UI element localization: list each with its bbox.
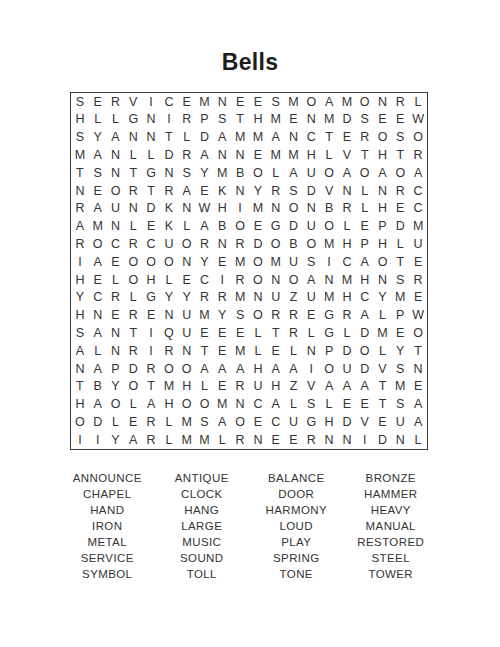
grid-cell[interactable]: A — [213, 360, 231, 378]
grid-cell[interactable]: S — [231, 307, 249, 325]
grid-cell[interactable]: I — [320, 253, 338, 271]
grid-cell[interactable]: R — [178, 111, 196, 129]
grid-cell[interactable]: E — [249, 218, 267, 236]
grid-cell[interactable]: U — [178, 307, 196, 325]
grid-cell[interactable]: G — [320, 324, 338, 342]
grid-cell[interactable]: U — [285, 253, 303, 271]
grid-cell[interactable]: O — [285, 271, 303, 289]
grid-cell[interactable]: M — [196, 93, 214, 111]
grid-cell[interactable]: A — [89, 324, 107, 342]
grid-cell[interactable]: G — [142, 164, 160, 182]
grid-cell[interactable]: R — [71, 235, 89, 253]
grid-cell[interactable]: M — [213, 164, 231, 182]
grid-cell[interactable]: T — [71, 164, 89, 182]
grid-cell[interactable]: A — [89, 200, 107, 218]
grid-cell[interactable]: R — [160, 182, 178, 200]
grid-cell[interactable]: L — [89, 111, 107, 129]
grid-cell[interactable]: R — [391, 93, 409, 111]
grid-cell[interactable]: R — [391, 182, 409, 200]
grid-cell[interactable]: A — [302, 271, 320, 289]
grid-cell[interactable]: M — [267, 111, 285, 129]
grid-cell[interactable]: N — [107, 164, 125, 182]
grid-cell[interactable]: N — [320, 271, 338, 289]
grid-cell[interactable]: O — [249, 271, 267, 289]
grid-cell[interactable]: S — [302, 253, 320, 271]
grid-cell[interactable]: S — [71, 324, 89, 342]
grid-cell[interactable]: S — [391, 360, 409, 378]
grid-cell[interactable]: M — [409, 218, 427, 236]
grid-cell[interactable]: S — [71, 93, 89, 111]
grid-cell[interactable]: T — [391, 146, 409, 164]
grid-cell[interactable]: Y — [178, 289, 196, 307]
grid-cell[interactable]: E — [391, 324, 409, 342]
grid-cell[interactable]: R — [71, 200, 89, 218]
grid-cell[interactable]: D — [249, 235, 267, 253]
grid-cell[interactable]: T — [196, 342, 214, 360]
grid-cell[interactable]: M — [231, 253, 249, 271]
grid-cell[interactable]: C — [160, 93, 178, 111]
grid-cell[interactable]: H — [71, 271, 89, 289]
grid-cell[interactable]: H — [213, 200, 231, 218]
grid-cell[interactable]: P — [356, 235, 374, 253]
grid-cell[interactable]: L — [142, 146, 160, 164]
grid-cell[interactable]: N — [374, 182, 392, 200]
grid-cell[interactable]: N — [71, 360, 89, 378]
grid-cell[interactable]: E — [356, 218, 374, 236]
grid-cell[interactable]: U — [338, 360, 356, 378]
grid-cell[interactable]: A — [178, 182, 196, 200]
grid-cell[interactable]: W — [409, 307, 427, 325]
grid-cell[interactable]: E — [178, 271, 196, 289]
grid-cell[interactable]: O — [356, 93, 374, 111]
grid-cell[interactable]: N — [213, 146, 231, 164]
grid-cell[interactable]: M — [267, 253, 285, 271]
grid-cell[interactable]: L — [124, 289, 142, 307]
grid-cell[interactable]: I — [142, 324, 160, 342]
grid-cell[interactable]: D — [160, 146, 178, 164]
grid-cell[interactable]: E — [356, 396, 374, 414]
grid-cell[interactable]: H — [249, 360, 267, 378]
grid-cell[interactable]: O — [71, 413, 89, 431]
grid-cell[interactable]: I — [89, 431, 107, 449]
grid-cell[interactable]: U — [178, 324, 196, 342]
grid-cell[interactable]: Y — [107, 378, 125, 396]
grid-cell[interactable]: G — [302, 413, 320, 431]
grid-cell[interactable]: O — [124, 271, 142, 289]
grid-cell[interactable]: C — [356, 289, 374, 307]
grid-cell[interactable]: E — [107, 253, 125, 271]
grid-cell[interactable]: E — [142, 307, 160, 325]
grid-cell[interactable]: O — [178, 396, 196, 414]
grid-cell[interactable]: E — [302, 307, 320, 325]
grid-cell[interactable]: U — [160, 235, 178, 253]
grid-cell[interactable]: A — [356, 253, 374, 271]
grid-cell[interactable]: L — [178, 129, 196, 147]
grid-cell[interactable]: H — [374, 235, 392, 253]
grid-cell[interactable]: H — [338, 289, 356, 307]
grid-cell[interactable]: O — [160, 360, 178, 378]
grid-cell[interactable]: A — [285, 164, 303, 182]
grid-cell[interactable]: R — [231, 431, 249, 449]
grid-cell[interactable]: U — [285, 413, 303, 431]
grid-cell[interactable]: L — [249, 324, 267, 342]
grid-cell[interactable]: M — [178, 431, 196, 449]
grid-cell[interactable]: S — [285, 182, 303, 200]
grid-cell[interactable]: E — [249, 93, 267, 111]
grid-cell[interactable]: M — [231, 342, 249, 360]
grid-cell[interactable]: Y — [213, 307, 231, 325]
grid-cell[interactable]: T — [374, 378, 392, 396]
grid-cell[interactable]: T — [356, 146, 374, 164]
grid-cell[interactable]: V — [374, 360, 392, 378]
grid-cell[interactable]: E — [285, 431, 303, 449]
grid-cell[interactable]: M — [391, 378, 409, 396]
grid-cell[interactable]: R — [178, 146, 196, 164]
grid-cell[interactable]: V — [302, 378, 320, 396]
grid-cell[interactable]: N — [107, 218, 125, 236]
grid-cell[interactable]: G — [320, 307, 338, 325]
grid-cell[interactable]: Z — [285, 289, 303, 307]
grid-cell[interactable]: E — [409, 253, 427, 271]
grid-cell[interactable]: K — [160, 200, 178, 218]
grid-cell[interactable]: A — [142, 396, 160, 414]
grid-cell[interactable]: E — [178, 93, 196, 111]
grid-cell[interactable]: M — [320, 289, 338, 307]
grid-cell[interactable]: Y — [196, 253, 214, 271]
grid-cell[interactable]: L — [285, 396, 303, 414]
grid-cell[interactable]: A — [356, 378, 374, 396]
grid-cell[interactable]: N — [409, 360, 427, 378]
grid-cell[interactable]: N — [338, 431, 356, 449]
grid-cell[interactable]: O — [231, 218, 249, 236]
grid-cell[interactable]: L — [320, 146, 338, 164]
grid-cell[interactable]: T — [320, 129, 338, 147]
grid-cell[interactable]: N — [231, 396, 249, 414]
grid-cell[interactable]: I — [213, 271, 231, 289]
grid-cell[interactable]: R — [107, 289, 125, 307]
grid-cell[interactable]: L — [160, 271, 178, 289]
grid-cell[interactable]: Q — [160, 324, 178, 342]
grid-cell[interactable]: G — [267, 218, 285, 236]
grid-cell[interactable]: H — [249, 111, 267, 129]
grid-cell[interactable]: E — [107, 307, 125, 325]
grid-cell[interactable]: M — [160, 378, 178, 396]
grid-cell[interactable]: L — [213, 431, 231, 449]
grid-cell[interactable]: N — [213, 235, 231, 253]
grid-cell[interactable]: S — [196, 413, 214, 431]
grid-cell[interactable]: I — [71, 253, 89, 271]
grid-cell[interactable]: N — [302, 200, 320, 218]
grid-cell[interactable]: O — [160, 253, 178, 271]
grid-cell[interactable]: C — [249, 396, 267, 414]
grid-cell[interactable]: E — [196, 324, 214, 342]
grid-cell[interactable]: N — [391, 431, 409, 449]
grid-cell[interactable]: E — [142, 218, 160, 236]
grid-cell[interactable]: L — [124, 396, 142, 414]
grid-cell[interactable]: E — [231, 324, 249, 342]
grid-cell[interactable]: C — [338, 253, 356, 271]
grid-cell[interactable]: D — [196, 129, 214, 147]
grid-cell[interactable]: A — [409, 413, 427, 431]
grid-cell[interactable]: L — [302, 324, 320, 342]
grid-cell[interactable]: B — [213, 218, 231, 236]
grid-cell[interactable]: E — [267, 431, 285, 449]
grid-cell[interactable]: A — [231, 360, 249, 378]
grid-cell[interactable]: D — [89, 413, 107, 431]
grid-cell[interactable]: O — [302, 235, 320, 253]
grid-cell[interactable]: A — [338, 378, 356, 396]
grid-cell[interactable]: Y — [107, 431, 125, 449]
grid-cell[interactable]: R — [107, 93, 125, 111]
grid-cell[interactable]: T — [71, 378, 89, 396]
grid-cell[interactable]: N — [107, 146, 125, 164]
grid-cell[interactable]: P — [320, 342, 338, 360]
grid-cell[interactable]: A — [356, 307, 374, 325]
grid-cell[interactable]: S — [89, 164, 107, 182]
grid-cell[interactable]: A — [124, 431, 142, 449]
grid-cell[interactable]: R — [231, 235, 249, 253]
grid-cell[interactable]: S — [71, 129, 89, 147]
grid-cell[interactable]: I — [142, 342, 160, 360]
grid-cell[interactable]: N — [160, 307, 178, 325]
grid-cell[interactable]: G — [124, 111, 142, 129]
grid-cell[interactable]: E — [196, 182, 214, 200]
grid-cell[interactable]: L — [107, 413, 125, 431]
grid-cell[interactable]: O — [249, 164, 267, 182]
grid-cell[interactable]: L — [249, 342, 267, 360]
grid-cell[interactable]: B — [285, 235, 303, 253]
grid-cell[interactable]: N — [249, 431, 267, 449]
grid-cell[interactable]: A — [409, 396, 427, 414]
grid-cell[interactable]: R — [267, 182, 285, 200]
grid-cell[interactable]: U — [107, 200, 125, 218]
grid-cell[interactable]: U — [302, 164, 320, 182]
grid-cell[interactable]: I — [302, 360, 320, 378]
grid-cell[interactable]: A — [107, 129, 125, 147]
grid-cell[interactable]: V — [356, 413, 374, 431]
grid-cell[interactable]: D — [338, 413, 356, 431]
grid-cell[interactable]: E — [338, 129, 356, 147]
grid-cell[interactable]: N — [374, 93, 392, 111]
grid-cell[interactable]: N — [178, 342, 196, 360]
grid-cell[interactable]: L — [107, 111, 125, 129]
grid-cell[interactable]: H — [178, 378, 196, 396]
grid-cell[interactable]: O — [231, 413, 249, 431]
grid-cell[interactable]: Y — [391, 342, 409, 360]
grid-cell[interactable]: H — [302, 146, 320, 164]
grid-cell[interactable]: O — [249, 307, 267, 325]
grid-cell[interactable]: A — [213, 413, 231, 431]
grid-cell[interactable]: K — [213, 182, 231, 200]
grid-cell[interactable]: Y — [196, 164, 214, 182]
grid-cell[interactable]: C — [267, 413, 285, 431]
grid-cell[interactable]: L — [409, 93, 427, 111]
grid-cell[interactable]: D — [285, 218, 303, 236]
grid-cell[interactable]: D — [302, 182, 320, 200]
grid-cell[interactable]: E — [249, 146, 267, 164]
grid-cell[interactable]: G — [142, 289, 160, 307]
grid-cell[interactable]: D — [391, 218, 409, 236]
grid-cell[interactable]: S — [391, 271, 409, 289]
grid-cell[interactable]: N — [285, 129, 303, 147]
grid-cell[interactable]: M — [320, 111, 338, 129]
grid-cell[interactable]: M — [71, 146, 89, 164]
grid-cell[interactable]: M — [285, 146, 303, 164]
grid-cell[interactable]: O — [356, 164, 374, 182]
grid-cell[interactable]: O — [124, 253, 142, 271]
grid-cell[interactable]: M — [196, 307, 214, 325]
grid-cell[interactable]: O — [107, 182, 125, 200]
grid-cell[interactable]: T — [374, 396, 392, 414]
grid-cell[interactable]: H — [267, 378, 285, 396]
grid-cell[interactable]: M — [391, 289, 409, 307]
grid-cell[interactable]: O — [124, 378, 142, 396]
grid-cell[interactable]: O — [196, 396, 214, 414]
grid-cell[interactable]: R — [409, 146, 427, 164]
grid-cell[interactable]: O — [391, 164, 409, 182]
grid-cell[interactable]: O — [249, 253, 267, 271]
grid-cell[interactable]: H — [160, 396, 178, 414]
grid-cell[interactable]: H — [142, 271, 160, 289]
grid-cell[interactable]: A — [267, 129, 285, 147]
grid-cell[interactable]: N — [267, 271, 285, 289]
grid-cell[interactable]: N — [178, 253, 196, 271]
grid-cell[interactable]: A — [89, 146, 107, 164]
grid-cell[interactable]: A — [320, 93, 338, 111]
grid-cell[interactable]: R — [196, 235, 214, 253]
grid-cell[interactable]: E — [374, 111, 392, 129]
grid-cell[interactable]: I — [160, 111, 178, 129]
grid-cell[interactable]: D — [374, 431, 392, 449]
grid-cell[interactable]: S — [356, 111, 374, 129]
grid-cell[interactable]: H — [356, 271, 374, 289]
grid-cell[interactable]: N — [231, 182, 249, 200]
grid-cell[interactable]: R — [142, 360, 160, 378]
grid-cell[interactable]: P — [374, 218, 392, 236]
grid-cell[interactable]: E — [231, 93, 249, 111]
grid-cell[interactable]: O — [409, 324, 427, 342]
grid-cell[interactable]: W — [409, 111, 427, 129]
grid-cell[interactable]: H — [320, 413, 338, 431]
grid-cell[interactable]: N — [124, 129, 142, 147]
grid-cell[interactable]: T — [267, 324, 285, 342]
grid-cell[interactable]: R — [231, 271, 249, 289]
grid-cell[interactable]: C — [142, 235, 160, 253]
grid-cell[interactable]: P — [196, 111, 214, 129]
grid-cell[interactable]: O — [356, 342, 374, 360]
grid-cell[interactable]: O — [320, 360, 338, 378]
grid-cell[interactable]: L — [267, 164, 285, 182]
grid-cell[interactable]: L — [374, 307, 392, 325]
grid-cell[interactable]: R — [124, 182, 142, 200]
grid-cell[interactable]: R — [302, 431, 320, 449]
grid-cell[interactable]: O — [89, 235, 107, 253]
grid-cell[interactable]: N — [267, 200, 285, 218]
grid-cell[interactable]: U — [302, 289, 320, 307]
grid-cell[interactable]: A — [213, 129, 231, 147]
grid-cell[interactable]: O — [409, 129, 427, 147]
grid-cell[interactable]: A — [285, 360, 303, 378]
grid-cell[interactable]: E — [409, 378, 427, 396]
grid-cell[interactable]: E — [409, 289, 427, 307]
grid-cell[interactable]: L — [320, 396, 338, 414]
grid-cell[interactable]: R — [338, 307, 356, 325]
grid-cell[interactable]: L — [391, 235, 409, 253]
grid-cell[interactable]: H — [374, 146, 392, 164]
grid-cell[interactable]: O — [374, 129, 392, 147]
grid-cell[interactable]: I — [142, 93, 160, 111]
grid-cell[interactable]: M — [249, 200, 267, 218]
grid-cell[interactable]: B — [320, 200, 338, 218]
grid-cell[interactable]: A — [320, 378, 338, 396]
grid-cell[interactable]: E — [213, 378, 231, 396]
grid-cell[interactable]: M — [231, 129, 249, 147]
grid-cell[interactable]: E — [391, 111, 409, 129]
grid-cell[interactable]: A — [89, 253, 107, 271]
grid-cell[interactable]: H — [374, 200, 392, 218]
grid-cell[interactable]: N — [302, 111, 320, 129]
grid-cell[interactable]: L — [124, 218, 142, 236]
grid-cell[interactable]: R — [213, 289, 231, 307]
grid-cell[interactable]: R — [356, 129, 374, 147]
grid-cell[interactable]: A — [267, 396, 285, 414]
grid-cell[interactable]: T — [409, 342, 427, 360]
grid-cell[interactable]: N — [249, 289, 267, 307]
grid-cell[interactable]: N — [107, 342, 125, 360]
grid-cell[interactable]: L — [409, 431, 427, 449]
grid-cell[interactable]: M — [374, 324, 392, 342]
grid-cell[interactable]: E — [213, 253, 231, 271]
grid-cell[interactable]: T — [231, 111, 249, 129]
grid-cell[interactable]: T — [391, 253, 409, 271]
grid-cell[interactable]: E — [89, 93, 107, 111]
grid-cell[interactable]: R — [409, 271, 427, 289]
grid-cell[interactable]: I — [71, 431, 89, 449]
grid-cell[interactable]: V — [320, 182, 338, 200]
grid-cell[interactable]: N — [107, 324, 125, 342]
grid-cell[interactable]: L — [178, 218, 196, 236]
grid-cell[interactable]: M — [196, 431, 214, 449]
grid-cell[interactable]: T — [124, 324, 142, 342]
grid-cell[interactable]: H — [71, 396, 89, 414]
grid-cell[interactable]: E — [391, 200, 409, 218]
grid-cell[interactable]: A — [338, 164, 356, 182]
grid-cell[interactable]: A — [409, 164, 427, 182]
grid-cell[interactable]: A — [71, 342, 89, 360]
grid-cell[interactable]: M — [320, 235, 338, 253]
grid-cell[interactable]: E — [285, 111, 303, 129]
grid-cell[interactable]: L — [107, 271, 125, 289]
grid-cell[interactable]: N — [374, 271, 392, 289]
grid-cell[interactable]: N — [160, 164, 178, 182]
grid-cell[interactable]: E — [374, 413, 392, 431]
grid-cell[interactable]: C — [107, 235, 125, 253]
grid-cell[interactable]: C — [196, 271, 214, 289]
grid-cell[interactable]: R — [267, 307, 285, 325]
grid-cell[interactable]: U — [302, 218, 320, 236]
grid-cell[interactable]: A — [196, 218, 214, 236]
grid-cell[interactable]: R — [124, 235, 142, 253]
grid-cell[interactable]: N — [89, 307, 107, 325]
grid-cell[interactable]: O — [107, 396, 125, 414]
grid-cell[interactable]: T — [142, 378, 160, 396]
grid-cell[interactable]: U — [409, 235, 427, 253]
grid-cell[interactable]: O — [267, 235, 285, 253]
grid-cell[interactable]: Y — [71, 289, 89, 307]
grid-cell[interactable]: I — [356, 431, 374, 449]
grid-cell[interactable]: L — [196, 378, 214, 396]
grid-cell[interactable]: N — [142, 111, 160, 129]
